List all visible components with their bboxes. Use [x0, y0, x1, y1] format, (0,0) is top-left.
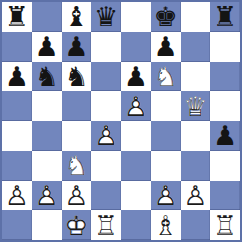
- square-c5[interactable]: [62, 91, 92, 121]
- white-pawn-icon: ♟: [62, 181, 92, 211]
- white-pawn-icon: ♟: [121, 91, 151, 121]
- white-knight-outline-icon: ♘: [151, 62, 181, 92]
- white-rook-icon: ♜: [210, 210, 240, 240]
- white-king-outline-icon: ♔: [62, 210, 92, 240]
- square-e1[interactable]: [121, 210, 151, 240]
- square-g2[interactable]: ♟♙: [181, 181, 211, 211]
- black-knight-icon: ♞: [32, 62, 62, 92]
- white-rook-outline-icon: ♖: [210, 210, 240, 240]
- square-d3[interactable]: [91, 151, 121, 181]
- square-c2[interactable]: ♟♙: [62, 181, 92, 211]
- square-c1[interactable]: ♚♔: [62, 210, 92, 240]
- white-rook-icon: ♜: [91, 210, 121, 240]
- square-a2[interactable]: ♟♙: [2, 181, 32, 211]
- square-f3[interactable]: [151, 151, 181, 181]
- square-b1[interactable]: [32, 210, 62, 240]
- square-a3[interactable]: [2, 151, 32, 181]
- square-d7[interactable]: [91, 32, 121, 62]
- black-pawn-icon: ♟: [121, 62, 151, 92]
- black-knight-icon: ♞: [62, 62, 92, 92]
- white-bishop-outline-icon: ♗: [151, 210, 181, 240]
- white-pawn-outline-icon: ♙: [32, 181, 62, 211]
- square-f4[interactable]: [151, 121, 181, 151]
- black-rook-icon: ♜: [2, 2, 32, 32]
- white-pawn-icon: ♟: [151, 181, 181, 211]
- square-e2[interactable]: [121, 181, 151, 211]
- white-pawn-outline-icon: ♙: [151, 181, 181, 211]
- square-h8[interactable]: ♜: [210, 2, 240, 32]
- square-e4[interactable]: [121, 121, 151, 151]
- white-knight-icon: ♞: [62, 151, 92, 181]
- black-bishop-icon: ♝: [62, 2, 92, 32]
- white-pawn-outline-icon: ♙: [62, 181, 92, 211]
- white-rook-outline-icon: ♖: [91, 210, 121, 240]
- square-f7[interactable]: ♟: [151, 32, 181, 62]
- square-g3[interactable]: [181, 151, 211, 181]
- square-a6[interactable]: ♟: [2, 62, 32, 92]
- square-d2[interactable]: [91, 181, 121, 211]
- black-pawn-icon: ♟: [210, 121, 240, 151]
- square-g6[interactable]: [181, 62, 211, 92]
- square-a4[interactable]: [2, 121, 32, 151]
- white-pawn-outline-icon: ♙: [181, 181, 211, 211]
- white-queen-icon: ♛: [181, 91, 211, 121]
- square-c6[interactable]: ♞: [62, 62, 92, 92]
- square-b5[interactable]: [32, 91, 62, 121]
- square-e7[interactable]: [121, 32, 151, 62]
- white-queen-outline-icon: ♕: [181, 91, 211, 121]
- chess-board: ♜♝♛♚♜♟♟♟♟♞♞♟♞♘♟♙♛♕♟♙♟♞♘♟♙♟♙♟♙♟♙♟♙♚♔♜♖♝♗♜…: [2, 2, 240, 240]
- white-bishop-icon: ♝: [151, 210, 181, 240]
- square-h1[interactable]: ♜♖: [210, 210, 240, 240]
- square-c7[interactable]: ♟: [62, 32, 92, 62]
- square-f5[interactable]: [151, 91, 181, 121]
- black-pawn-icon: ♟: [151, 32, 181, 62]
- square-h6[interactable]: [210, 62, 240, 92]
- white-pawn-outline-icon: ♙: [121, 91, 151, 121]
- square-h4[interactable]: ♟: [210, 121, 240, 151]
- white-pawn-outline-icon: ♙: [91, 121, 121, 151]
- square-d1[interactable]: ♜♖: [91, 210, 121, 240]
- square-e8[interactable]: [121, 2, 151, 32]
- black-king-icon: ♚: [151, 2, 181, 32]
- square-d8[interactable]: ♛: [91, 2, 121, 32]
- square-f6[interactable]: ♞♘: [151, 62, 181, 92]
- square-a5[interactable]: [2, 91, 32, 121]
- square-d4[interactable]: ♟♙: [91, 121, 121, 151]
- square-h2[interactable]: [210, 181, 240, 211]
- square-h7[interactable]: [210, 32, 240, 62]
- square-d6[interactable]: [91, 62, 121, 92]
- square-b7[interactable]: ♟: [32, 32, 62, 62]
- square-b8[interactable]: [32, 2, 62, 32]
- square-h3[interactable]: [210, 151, 240, 181]
- white-pawn-icon: ♟: [91, 121, 121, 151]
- white-king-icon: ♚: [62, 210, 92, 240]
- white-knight-outline-icon: ♘: [62, 151, 92, 181]
- square-e5[interactable]: ♟♙: [121, 91, 151, 121]
- square-a8[interactable]: ♜: [2, 2, 32, 32]
- square-g7[interactable]: [181, 32, 211, 62]
- black-rook-icon: ♜: [210, 2, 240, 32]
- white-knight-icon: ♞: [151, 62, 181, 92]
- square-d5[interactable]: [91, 91, 121, 121]
- square-b6[interactable]: ♞: [32, 62, 62, 92]
- black-queen-icon: ♛: [91, 2, 121, 32]
- white-pawn-icon: ♟: [2, 181, 32, 211]
- square-g5[interactable]: ♛♕: [181, 91, 211, 121]
- square-g4[interactable]: [181, 121, 211, 151]
- black-pawn-icon: ♟: [62, 32, 92, 62]
- white-pawn-outline-icon: ♙: [2, 181, 32, 211]
- white-pawn-icon: ♟: [32, 181, 62, 211]
- square-f1[interactable]: ♝♗: [151, 210, 181, 240]
- white-pawn-icon: ♟: [181, 181, 211, 211]
- square-b3[interactable]: [32, 151, 62, 181]
- square-f8[interactable]: ♚: [151, 2, 181, 32]
- square-c3[interactable]: ♞♘: [62, 151, 92, 181]
- square-h5[interactable]: [210, 91, 240, 121]
- square-g1[interactable]: [181, 210, 211, 240]
- black-pawn-icon: ♟: [32, 32, 62, 62]
- square-e3[interactable]: [121, 151, 151, 181]
- square-c4[interactable]: [62, 121, 92, 151]
- square-a1[interactable]: [2, 210, 32, 240]
- square-e6[interactable]: ♟: [121, 62, 151, 92]
- square-c8[interactable]: ♝: [62, 2, 92, 32]
- black-pawn-icon: ♟: [2, 62, 32, 92]
- square-f2[interactable]: ♟♙: [151, 181, 181, 211]
- chess-board-frame: ♜♝♛♚♜♟♟♟♟♞♞♟♞♘♟♙♛♕♟♙♟♞♘♟♙♟♙♟♙♟♙♟♙♚♔♜♖♝♗♜…: [0, 0, 242, 242]
- square-b4[interactable]: [32, 121, 62, 151]
- square-b2[interactable]: ♟♙: [32, 181, 62, 211]
- square-g8[interactable]: [181, 2, 211, 32]
- square-a7[interactable]: [2, 32, 32, 62]
